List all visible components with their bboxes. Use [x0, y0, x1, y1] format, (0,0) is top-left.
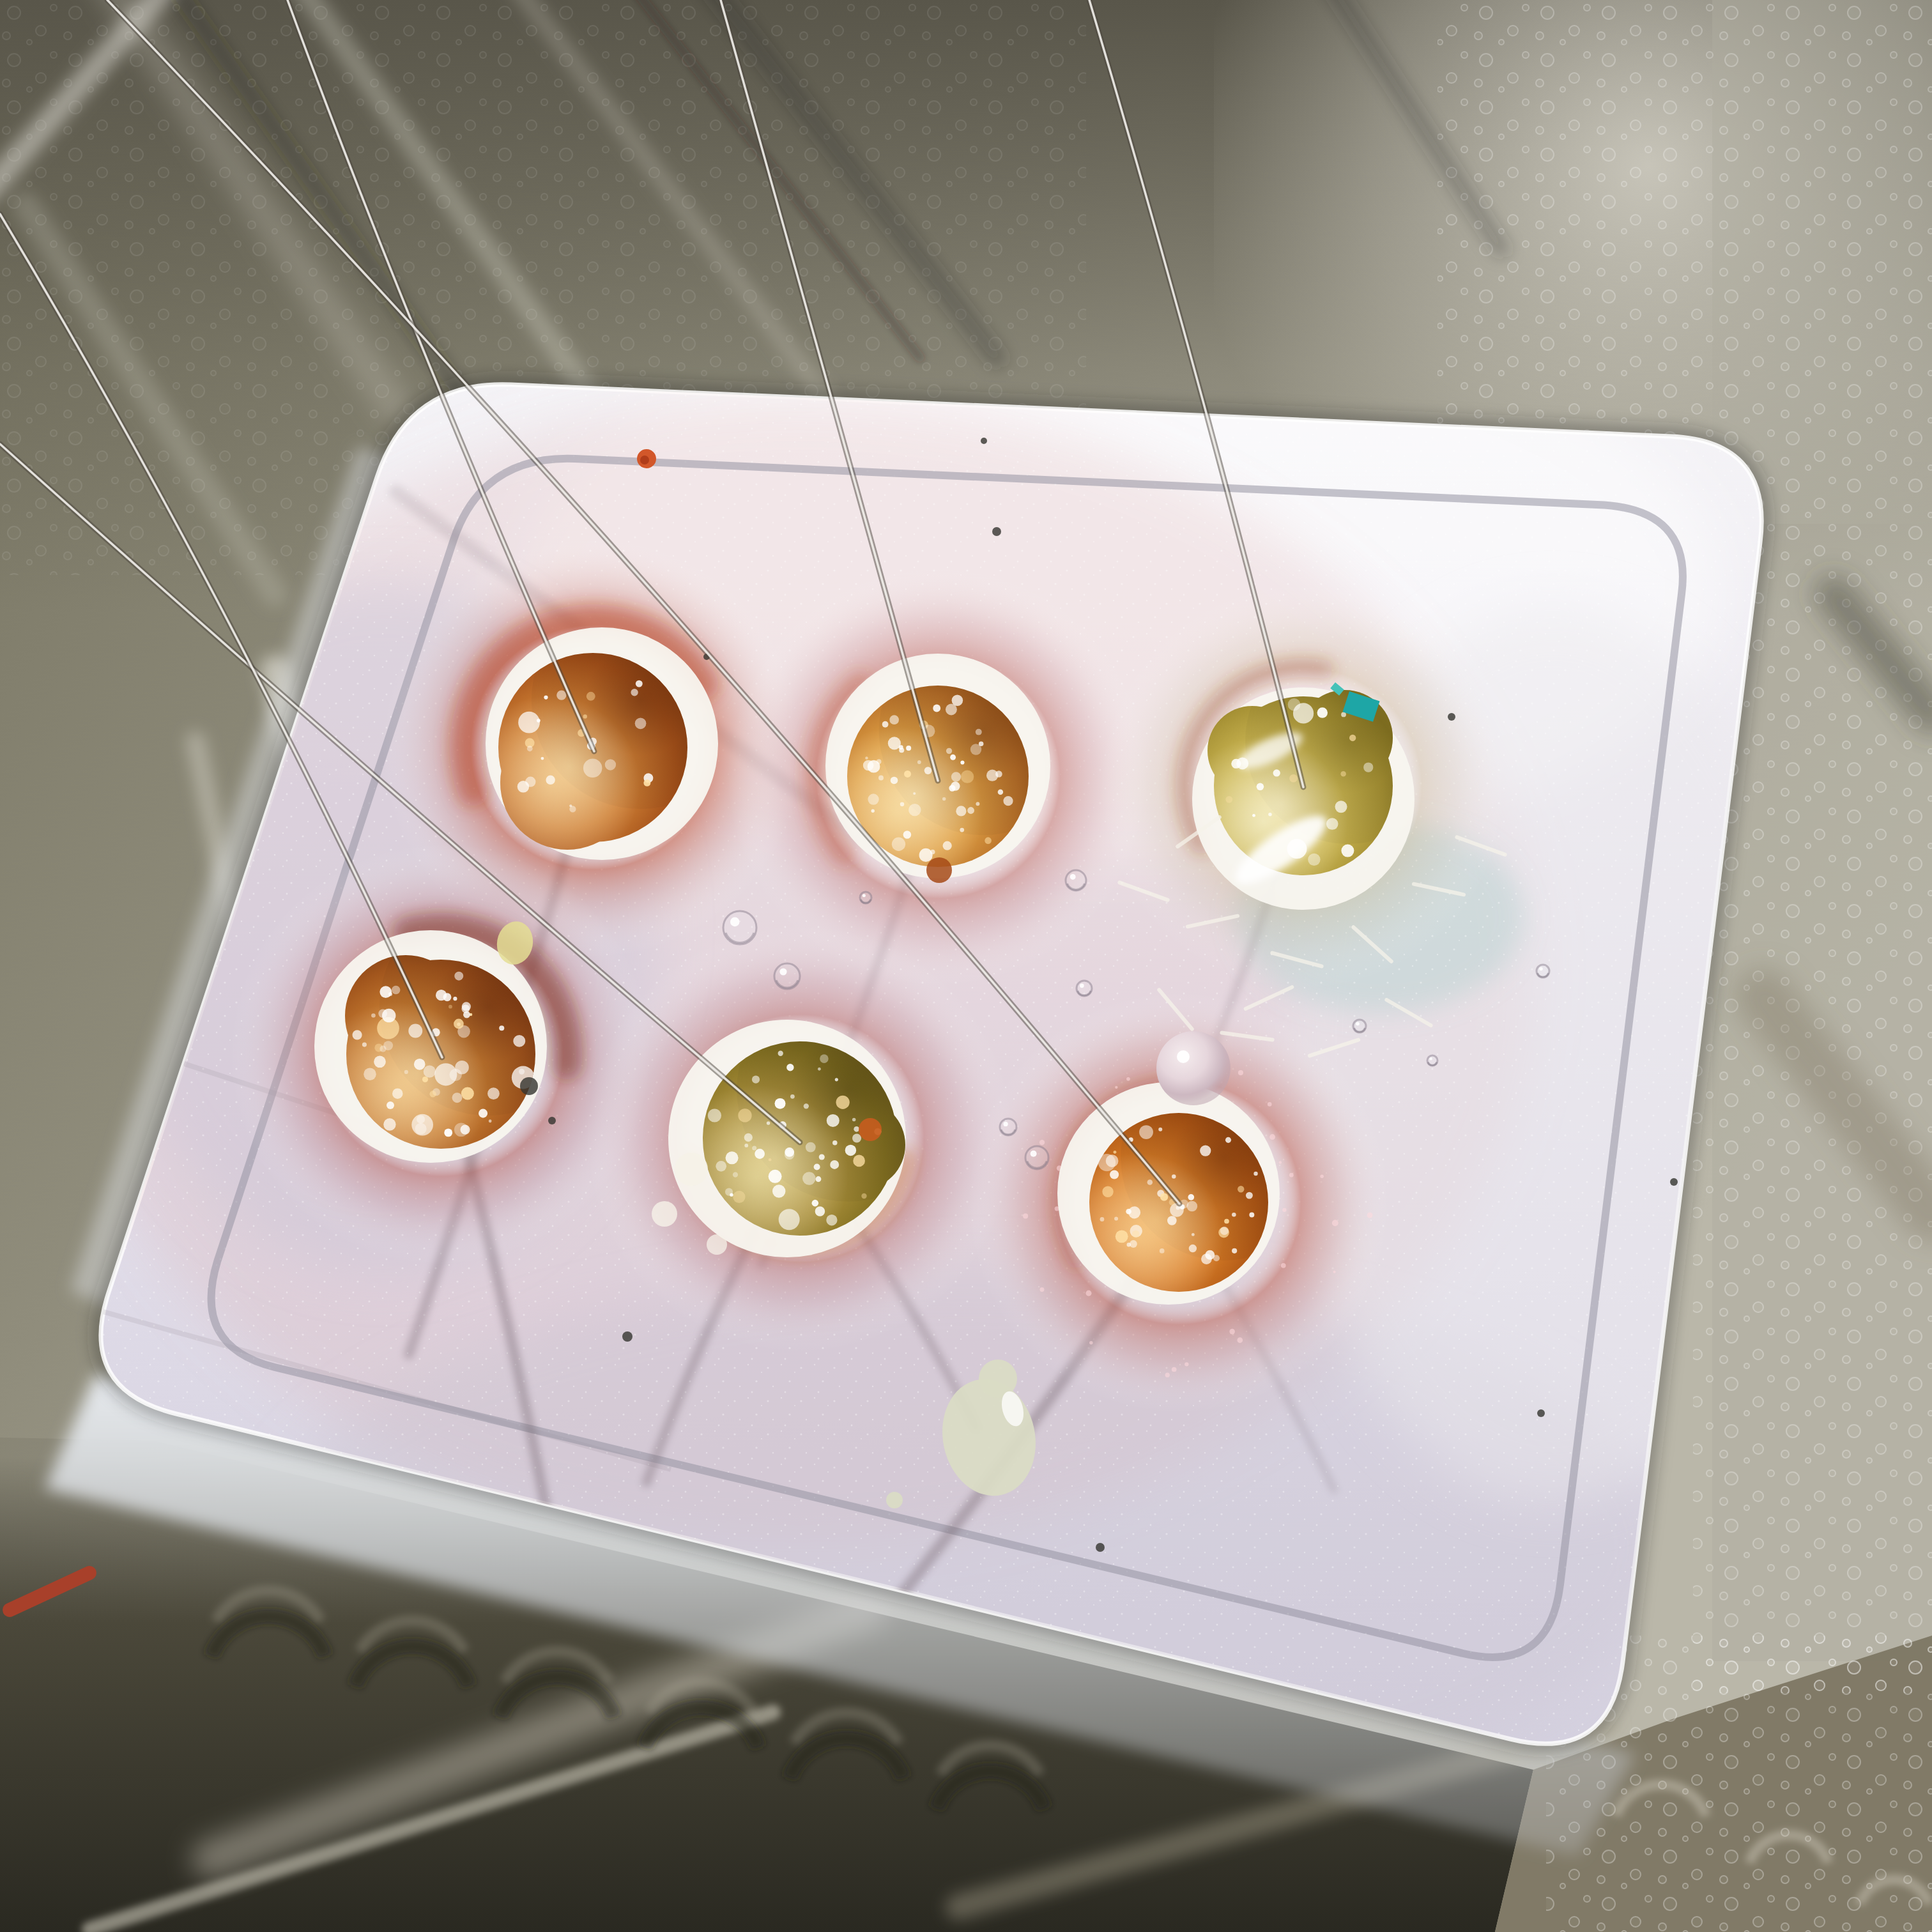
- glitter-sparkle: [1308, 854, 1320, 866]
- glitter-sparkle: [1257, 783, 1264, 790]
- glitter-sparkle: [769, 1158, 772, 1161]
- glitter-sparkle: [1246, 1192, 1253, 1199]
- glitter-sparkle: [716, 1161, 726, 1172]
- glitter-sparkle: [1200, 1145, 1211, 1156]
- glitter-sparkle: [489, 1119, 492, 1123]
- dark-speck: [1670, 1178, 1678, 1186]
- glitter-sparkle: [852, 1118, 856, 1122]
- glitter-sparkle: [733, 1172, 738, 1177]
- glitter-sparkle: [537, 719, 540, 723]
- glitter-sparkle: [903, 831, 912, 839]
- glitter-sparkle: [371, 1013, 376, 1018]
- glitter-sparkle: [383, 1118, 395, 1130]
- glitter-sparkle: [976, 802, 979, 806]
- glitter-sparkle: [772, 1184, 785, 1197]
- glitter-sparkle: [835, 1078, 838, 1081]
- glitter-sparkle: [1335, 801, 1347, 813]
- glitter-sparkle: [1114, 1217, 1118, 1221]
- glitter-sparkle: [752, 1146, 756, 1150]
- glitter-sparkle: [877, 759, 882, 764]
- glitter-sparkle: [605, 759, 616, 770]
- glitter-sparkle: [1232, 1213, 1236, 1217]
- glitter-sparkle: [826, 1215, 837, 1225]
- glitter-sparkle: [769, 1170, 782, 1183]
- frosted-pearl-droplet: [1156, 1031, 1230, 1105]
- dark-speck: [981, 438, 987, 444]
- glitter-sparkle: [461, 1004, 470, 1013]
- glitter-sparkle: [779, 1209, 800, 1230]
- glitter-sparkle: [865, 756, 868, 759]
- glitter-sparkle: [1238, 1186, 1244, 1192]
- glitter-sparkle: [814, 1164, 820, 1170]
- glitter-sparkle: [417, 1115, 425, 1123]
- glitter-sparkle: [1273, 769, 1280, 776]
- dark-speck: [622, 1331, 632, 1342]
- glitter-sparkle: [946, 748, 952, 754]
- glitter-sparkle: [871, 809, 875, 813]
- glitter-sparkle: [1139, 1125, 1153, 1139]
- glitter-sparkle: [1317, 707, 1328, 717]
- glitter-sparkle: [924, 767, 932, 774]
- glitter-sparkle: [908, 804, 921, 816]
- glitter-sparkle: [806, 1142, 816, 1153]
- glitter-sparkle: [392, 1088, 402, 1098]
- glitter-sparkle: [899, 747, 904, 753]
- glitter-sparkle: [913, 792, 916, 795]
- glitter-sparkle: [1127, 1243, 1131, 1246]
- glitter-sparkle: [861, 1193, 866, 1199]
- glitter-sparkle: [785, 1147, 794, 1157]
- glitter-sparkle: [956, 806, 966, 816]
- glitter-sparkle: [906, 746, 911, 751]
- glitter-sparkle: [408, 1023, 422, 1038]
- glitter-sparkle: [830, 1160, 839, 1169]
- glitter-sparkle: [1132, 1230, 1140, 1238]
- glitter-sparkle: [1186, 1201, 1197, 1212]
- glitter-sparkle: [422, 1077, 428, 1082]
- glitter-sparkle: [1220, 1227, 1229, 1235]
- glitter-sparkle: [540, 757, 544, 760]
- glitter-sparkle: [1253, 1172, 1257, 1176]
- glitter-sparkle: [819, 1154, 825, 1160]
- glitter-sparkle: [1160, 1193, 1168, 1200]
- glitter-sparkle: [985, 837, 992, 844]
- glitter-sparkle: [452, 1092, 463, 1103]
- glitter-sparkle: [1188, 1194, 1194, 1200]
- glitter-sparkle: [970, 744, 981, 755]
- glitter-sparkle: [827, 1114, 839, 1127]
- glitter-sparkle: [976, 729, 982, 735]
- glitter-sparkle: [364, 1068, 376, 1081]
- glitter-sparkle: [943, 841, 952, 850]
- glitter-sparkle: [815, 1206, 825, 1216]
- glitter-sparkle: [951, 772, 961, 781]
- glitter-sparkle: [546, 776, 555, 785]
- glitter-sparkle: [499, 1025, 504, 1031]
- glitter-sparkle: [1106, 1154, 1119, 1167]
- photo-canvas: [0, 0, 1932, 1932]
- glitter-sparkle: [453, 997, 457, 1000]
- glitter-sparkle: [845, 1145, 856, 1156]
- glitter-sparkle: [635, 717, 647, 729]
- glitter-sparkle: [448, 1005, 452, 1009]
- glitter-sparkle: [892, 838, 905, 851]
- glitter-sparkle: [1289, 774, 1298, 783]
- glitter-sparkle: [444, 1128, 452, 1137]
- glitter-sparkle: [952, 695, 963, 707]
- glitter-sparkle: [950, 755, 956, 760]
- glitter-sparkle: [1232, 1248, 1237, 1253]
- glitter-sparkle: [904, 770, 911, 778]
- glitter-sparkle: [1100, 1217, 1105, 1222]
- glitter-sparkle: [832, 1140, 838, 1146]
- glitter-sparkle: [517, 781, 529, 792]
- dark-speck: [548, 1117, 556, 1124]
- glitter-sparkle: [583, 759, 602, 778]
- glitter-sparkle: [378, 1009, 387, 1018]
- glitter-sparkle: [1326, 818, 1338, 830]
- glitter-sparkle: [1130, 1240, 1137, 1248]
- glitter-sparkle: [1114, 1151, 1117, 1154]
- glitter-sparkle: [767, 1121, 770, 1125]
- water-droplet: [1025, 1146, 1048, 1169]
- glitter-sparkle: [1128, 1206, 1140, 1218]
- glitter-sparkle: [454, 1019, 464, 1029]
- glitter-sparkle: [1115, 1230, 1128, 1243]
- glitter-sparkle: [818, 1068, 821, 1071]
- water-droplet: [774, 963, 800, 989]
- glitter-sparkle: [1205, 1250, 1215, 1260]
- glitter-sparkle: [882, 721, 889, 728]
- glitter-sparkle: [961, 770, 974, 783]
- glitter-sparkle: [1349, 735, 1356, 741]
- glitter-sparkle: [868, 793, 878, 804]
- glitter-sparkle: [1252, 814, 1255, 817]
- glitter-sparkle: [863, 760, 874, 771]
- glitter-sparkle: [374, 1055, 386, 1068]
- glitter-sparkle: [1160, 1248, 1165, 1253]
- glitter-sparkle: [404, 1070, 408, 1074]
- glitter-sparkle: [1363, 762, 1373, 772]
- glitter-sparkle: [454, 972, 463, 981]
- glitter-sparkle: [1102, 1186, 1113, 1197]
- glitter-sparkle: [775, 1098, 786, 1109]
- glitter-sparkle: [449, 1069, 461, 1081]
- glitter-sparkle: [854, 1126, 859, 1132]
- glitter-sparkle: [1167, 1216, 1177, 1225]
- glitter-sparkle: [1225, 1137, 1231, 1143]
- glitter-sparkle: [853, 1155, 865, 1167]
- glitter-sparkle: [1249, 1213, 1254, 1218]
- glitter-sparkle: [836, 1096, 849, 1109]
- glitter-sparkle: [730, 1193, 733, 1196]
- glitter-sparkle: [636, 680, 643, 687]
- glitter-sparkle: [986, 770, 998, 781]
- dark-speck: [1537, 1409, 1545, 1417]
- glitter-sparkle: [643, 779, 650, 786]
- glitter-sparkle: [424, 1066, 436, 1078]
- glitter-sparkle: [387, 1101, 394, 1109]
- glitter-sparkle: [1192, 1233, 1195, 1236]
- glitter-sparkle: [733, 1191, 745, 1203]
- glitter-sparkle: [778, 1051, 783, 1056]
- glitter-sparkle: [1110, 1170, 1119, 1179]
- dark-speck: [1096, 1543, 1105, 1552]
- glitter-sparkle: [816, 1176, 822, 1182]
- dark-speck: [520, 1077, 538, 1095]
- dark-speck: [1448, 713, 1455, 721]
- glitter-sparkle: [379, 1046, 386, 1052]
- glitter-sparkle: [429, 1091, 436, 1097]
- glitter-sparkle: [960, 828, 964, 832]
- glitter-sparkle: [454, 1123, 468, 1137]
- glitter-sparkle: [392, 986, 400, 994]
- glitter-sparkle: [362, 1043, 367, 1047]
- glitter-sparkle: [755, 1149, 765, 1159]
- glitter-sparkle: [631, 689, 638, 696]
- glitter-sparkle: [820, 1054, 829, 1063]
- glitter-sparkle: [352, 1030, 362, 1039]
- dark-speck: [992, 527, 1001, 536]
- glitter-sparkle: [1158, 1128, 1162, 1131]
- glitter-sparkle: [917, 760, 921, 764]
- glitter-sparkle: [1003, 796, 1013, 806]
- glitter-sparkle: [586, 692, 595, 701]
- glitter-sparkle: [852, 1134, 861, 1143]
- glitter-sparkle: [443, 993, 452, 1001]
- glitter-sparkle: [1268, 813, 1272, 816]
- glitter-sparkle: [752, 1076, 760, 1084]
- glitter-sparkle: [891, 777, 898, 785]
- glitter-sparkle: [569, 804, 572, 807]
- glitter-sparkle: [414, 1059, 425, 1070]
- glitter-sparkle: [919, 848, 933, 862]
- glitter-sparkle: [708, 1108, 721, 1122]
- glitter-sparkle: [951, 781, 960, 790]
- glitter-sparkle: [878, 775, 884, 780]
- glitter-sparkle: [461, 1087, 474, 1100]
- glitter-sparkle: [1341, 845, 1354, 857]
- glitter-sparkle: [1225, 796, 1232, 803]
- glitter-sparkle: [900, 802, 905, 807]
- glitter-sparkle: [744, 1144, 748, 1147]
- glitter-sparkle: [786, 1064, 793, 1071]
- photo-natural-image: [0, 0, 1932, 1932]
- glitter-sparkle: [379, 986, 392, 998]
- glitter-sparkle: [1172, 1174, 1176, 1178]
- glitter-sparkle: [802, 1172, 816, 1185]
- glitter-sparkle: [998, 790, 1003, 795]
- glitter-sparkle: [942, 797, 946, 801]
- glitter-sparkle: [527, 746, 533, 751]
- glitter-sparkle: [1224, 1219, 1229, 1224]
- glitter-sparkle: [967, 807, 974, 814]
- glitter-sparkle: [518, 712, 540, 733]
- glitter-sparkle: [513, 1035, 525, 1047]
- glitter-sparkle: [1340, 771, 1346, 777]
- glitter-sparkle: [804, 1103, 809, 1108]
- glitter-sparkle: [726, 1151, 739, 1164]
- glitter-sparkle: [1288, 698, 1301, 711]
- glitter-sparkle: [1147, 1179, 1153, 1185]
- glitter-sparkle: [738, 1108, 751, 1122]
- glitter-sparkle: [812, 1200, 819, 1207]
- glitter-sparkle: [889, 715, 899, 724]
- glitter-sparkle: [960, 760, 964, 764]
- glitter-sparkle: [933, 705, 940, 712]
- water-droplet: [723, 911, 756, 944]
- glitter-sparkle: [479, 1109, 487, 1118]
- glitter-sparkle: [415, 1123, 426, 1135]
- glitter-sparkle: [790, 1094, 795, 1099]
- glitter-sparkle: [487, 1087, 500, 1100]
- glitter-sparkle: [1189, 1245, 1197, 1252]
- glitter-sparkle: [744, 1133, 753, 1142]
- glitter-sparkle: [544, 695, 548, 699]
- glitter-sparkle: [583, 714, 586, 718]
